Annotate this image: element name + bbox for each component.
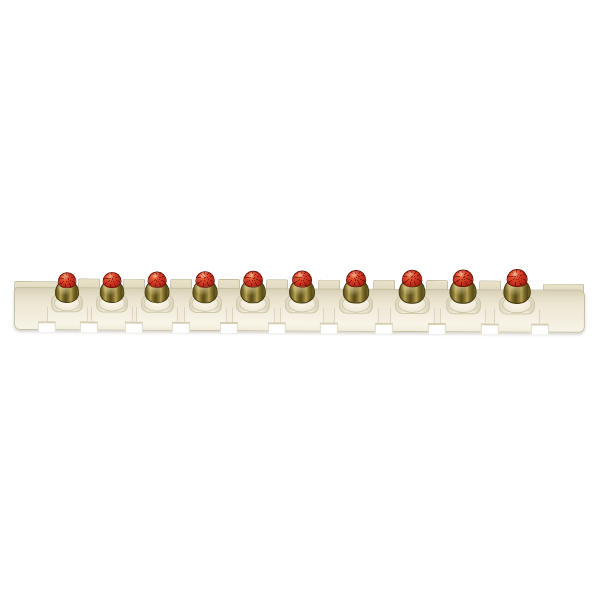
strip-notch [38, 321, 56, 332]
product-photo [0, 0, 600, 600]
strip-notch [531, 324, 549, 335]
strip-notch [125, 322, 143, 333]
strip-notch [80, 321, 98, 332]
strip-notch [172, 322, 190, 333]
strip-notch [481, 323, 499, 334]
cartridge-tip [292, 270, 312, 287]
strip-notch [268, 322, 286, 333]
strip-notch [428, 323, 446, 334]
cartridge-tip [147, 271, 166, 287]
cartridge-tip [243, 271, 263, 288]
load-strip [12, 268, 588, 337]
cartridge-tip [453, 269, 474, 287]
cartridge-tip [346, 270, 366, 287]
cartridge-tip [507, 269, 528, 287]
cartridge-tip [58, 272, 77, 288]
strip-notch [220, 322, 238, 333]
cartridge-tip [103, 272, 122, 288]
strip-notch [375, 323, 393, 334]
strip-notch [320, 323, 338, 334]
cartridge-tip [402, 270, 423, 288]
cartridge-tip [195, 271, 215, 288]
